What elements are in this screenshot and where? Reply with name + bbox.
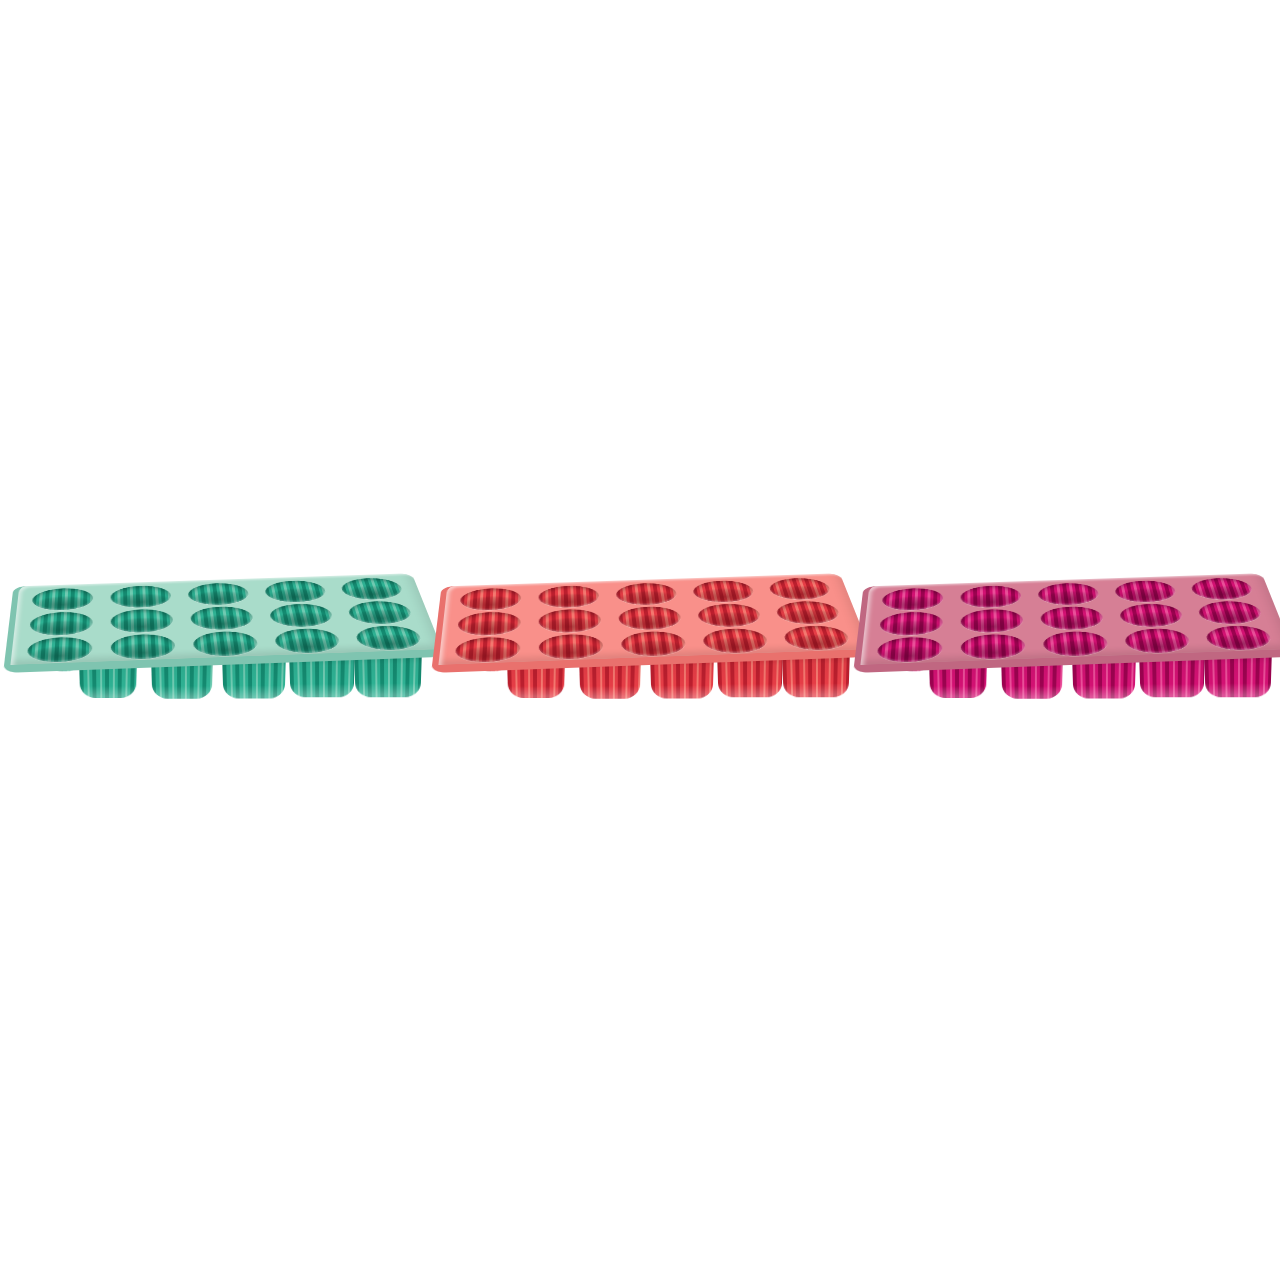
cup-cavity [781, 625, 852, 651]
cup-cavity [346, 600, 415, 625]
cup-cavity [111, 608, 174, 633]
cup-cavity [615, 582, 678, 606]
muffin-tray-mint-green [10, 575, 430, 710]
cup-cavity [1203, 625, 1274, 651]
cup-cavity [618, 606, 683, 631]
cup-cavity [961, 608, 1024, 633]
cup-cavity [1118, 603, 1185, 628]
cup-cavity [29, 611, 93, 636]
cup-cavity [339, 577, 405, 600]
cup-cavity [1189, 577, 1255, 600]
cup-cavity [876, 636, 942, 663]
cup-cavity [263, 580, 328, 603]
cup-cavity [774, 600, 843, 625]
cup-cavity [1113, 580, 1178, 603]
tray-top-surface [853, 573, 1280, 673]
cup-cavity [111, 585, 172, 609]
cup-cavity [26, 636, 92, 663]
cup-cavity [961, 633, 1026, 660]
tray-top-surface [3, 573, 445, 673]
cup-cavity [620, 630, 687, 657]
cup-cavity [31, 587, 93, 611]
cup-cavity [457, 611, 521, 636]
cup-cavity [696, 603, 763, 628]
cup-cavity [111, 633, 176, 660]
muffin-tray-magenta-pink [860, 575, 1280, 710]
cup-cavity [454, 636, 520, 663]
cup-cavity [539, 585, 600, 609]
product-photo-canvas [0, 0, 1280, 1280]
cup-cavity [767, 577, 833, 600]
cup-cavity [539, 608, 602, 633]
cup-cavity [268, 603, 335, 628]
cup-cavity [1123, 628, 1192, 654]
cup-cavity [539, 633, 604, 660]
cup-cavity [879, 611, 943, 636]
cup-cavity [1037, 582, 1100, 606]
cup-cavity [1040, 606, 1105, 631]
cup-cavity [192, 630, 259, 657]
cup-cavity [190, 606, 255, 631]
muffin-tray-coral-red [438, 575, 858, 710]
cup-cavity [881, 587, 943, 611]
tray-top-surface [431, 573, 873, 673]
cup-cavity [273, 628, 342, 654]
cup-cavity [961, 585, 1022, 609]
cup-cavity [1196, 600, 1265, 625]
cup-cavity [353, 625, 424, 651]
cup-cavity [187, 582, 250, 606]
cup-cavity [691, 580, 756, 603]
cup-cavity [701, 628, 770, 654]
cup-cavity [459, 587, 521, 611]
cup-cavity [1042, 630, 1109, 657]
